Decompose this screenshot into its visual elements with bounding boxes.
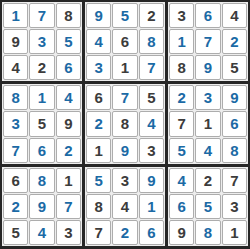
cell-r1c2[interactable]: 7	[29, 3, 54, 28]
cell-r7c6[interactable]: 9	[139, 168, 164, 193]
cell-r3c6[interactable]: 7	[139, 55, 164, 80]
cell-r3c4[interactable]: 3	[86, 55, 111, 80]
cell-r3c8[interactable]: 9	[195, 55, 220, 80]
cell-r5c3[interactable]: 9	[56, 111, 81, 136]
cell-r6c9[interactable]: 8	[222, 138, 247, 163]
cell-r7c3[interactable]: 1	[56, 168, 81, 193]
cell-r8c3[interactable]: 7	[56, 194, 81, 219]
cell-r1c8[interactable]: 6	[195, 3, 220, 28]
cell-r4c1[interactable]: 8	[3, 85, 28, 110]
cell-r8c4[interactable]: 8	[86, 194, 111, 219]
cell-r8c2[interactable]: 9	[29, 194, 54, 219]
cell-r4c4[interactable]: 6	[86, 85, 111, 110]
cell-r1c7[interactable]: 3	[169, 3, 194, 28]
cell-r8c5[interactable]: 4	[112, 194, 137, 219]
cell-r3c2[interactable]: 2	[29, 55, 54, 80]
cell-r7c2[interactable]: 8	[29, 168, 54, 193]
cell-r2c7[interactable]: 1	[169, 29, 194, 54]
sudoku-box-5: 675284193	[85, 84, 165, 163]
cell-r7c7[interactable]: 4	[169, 168, 194, 193]
sudoku-box-6: 239716548	[168, 84, 248, 163]
sudoku-box-3: 364172895	[168, 2, 248, 81]
cell-r6c6[interactable]: 3	[139, 138, 164, 163]
cell-r2c8[interactable]: 7	[195, 29, 220, 54]
cell-r2c3[interactable]: 5	[56, 29, 81, 54]
cell-r9c6[interactable]: 6	[139, 220, 164, 245]
cell-r6c5[interactable]: 9	[112, 138, 137, 163]
sudoku-box-1: 178935426	[2, 2, 82, 81]
cell-r7c5[interactable]: 3	[112, 168, 137, 193]
sudoku-box-2: 952468317	[85, 2, 165, 81]
cell-r8c6[interactable]: 1	[139, 194, 164, 219]
cell-r4c3[interactable]: 4	[56, 85, 81, 110]
cell-r8c1[interactable]: 2	[3, 194, 28, 219]
cell-r2c6[interactable]: 8	[139, 29, 164, 54]
cell-r5c8[interactable]: 1	[195, 111, 220, 136]
cell-r6c1[interactable]: 7	[3, 138, 28, 163]
cell-r8c9[interactable]: 3	[222, 194, 247, 219]
cell-r6c2[interactable]: 6	[29, 138, 54, 163]
cell-r6c4[interactable]: 1	[86, 138, 111, 163]
cell-r5c1[interactable]: 3	[3, 111, 28, 136]
cell-r3c5[interactable]: 1	[112, 55, 137, 80]
cell-r1c4[interactable]: 9	[86, 3, 111, 28]
cell-r1c1[interactable]: 1	[3, 3, 28, 28]
cell-r9c3[interactable]: 3	[56, 220, 81, 245]
cell-r1c9[interactable]: 4	[222, 3, 247, 28]
cell-r5c7[interactable]: 7	[169, 111, 194, 136]
cell-r2c5[interactable]: 6	[112, 29, 137, 54]
cell-r8c7[interactable]: 6	[169, 194, 194, 219]
cell-r7c4[interactable]: 5	[86, 168, 111, 193]
cell-r6c7[interactable]: 5	[169, 138, 194, 163]
cell-r3c9[interactable]: 5	[222, 55, 247, 80]
cell-r8c8[interactable]: 5	[195, 194, 220, 219]
cell-r4c5[interactable]: 7	[112, 85, 137, 110]
cell-r9c9[interactable]: 1	[222, 220, 247, 245]
sudoku-box-8: 539841726	[85, 167, 165, 246]
cell-r9c7[interactable]: 9	[169, 220, 194, 245]
cell-r9c4[interactable]: 7	[86, 220, 111, 245]
cell-r5c6[interactable]: 4	[139, 111, 164, 136]
cell-r2c1[interactable]: 9	[3, 29, 28, 54]
cell-r9c2[interactable]: 4	[29, 220, 54, 245]
sudoku-box-4: 814359762	[2, 84, 82, 163]
cell-r5c5[interactable]: 8	[112, 111, 137, 136]
cell-r6c8[interactable]: 4	[195, 138, 220, 163]
cell-r3c1[interactable]: 4	[3, 55, 28, 80]
cell-r6c3[interactable]: 2	[56, 138, 81, 163]
cell-r2c4[interactable]: 4	[86, 29, 111, 54]
cell-r5c9[interactable]: 6	[222, 111, 247, 136]
cell-r3c7[interactable]: 8	[169, 55, 194, 80]
cell-r4c7[interactable]: 2	[169, 85, 194, 110]
cell-r7c1[interactable]: 6	[3, 168, 28, 193]
cell-r2c2[interactable]: 3	[29, 29, 54, 54]
cell-r4c9[interactable]: 9	[222, 85, 247, 110]
cell-r1c6[interactable]: 2	[139, 3, 164, 28]
sudoku-box-9: 427653981	[168, 167, 248, 246]
cell-r4c6[interactable]: 5	[139, 85, 164, 110]
cell-r7c8[interactable]: 2	[195, 168, 220, 193]
cell-r9c5[interactable]: 2	[112, 220, 137, 245]
cell-r5c4[interactable]: 2	[86, 111, 111, 136]
cell-r9c8[interactable]: 8	[195, 220, 220, 245]
cell-r1c5[interactable]: 5	[112, 3, 137, 28]
sudoku-box-7: 681297543	[2, 167, 82, 246]
cell-r1c3[interactable]: 8	[56, 3, 81, 28]
cell-r4c2[interactable]: 1	[29, 85, 54, 110]
sudoku-board: 1789354269524683173641728958143597626752…	[0, 0, 250, 249]
cell-r3c3[interactable]: 6	[56, 55, 81, 80]
cell-r7c9[interactable]: 7	[222, 168, 247, 193]
cell-r9c1[interactable]: 5	[3, 220, 28, 245]
cell-r2c9[interactable]: 2	[222, 29, 247, 54]
cell-r5c2[interactable]: 5	[29, 111, 54, 136]
cell-r4c8[interactable]: 3	[195, 85, 220, 110]
